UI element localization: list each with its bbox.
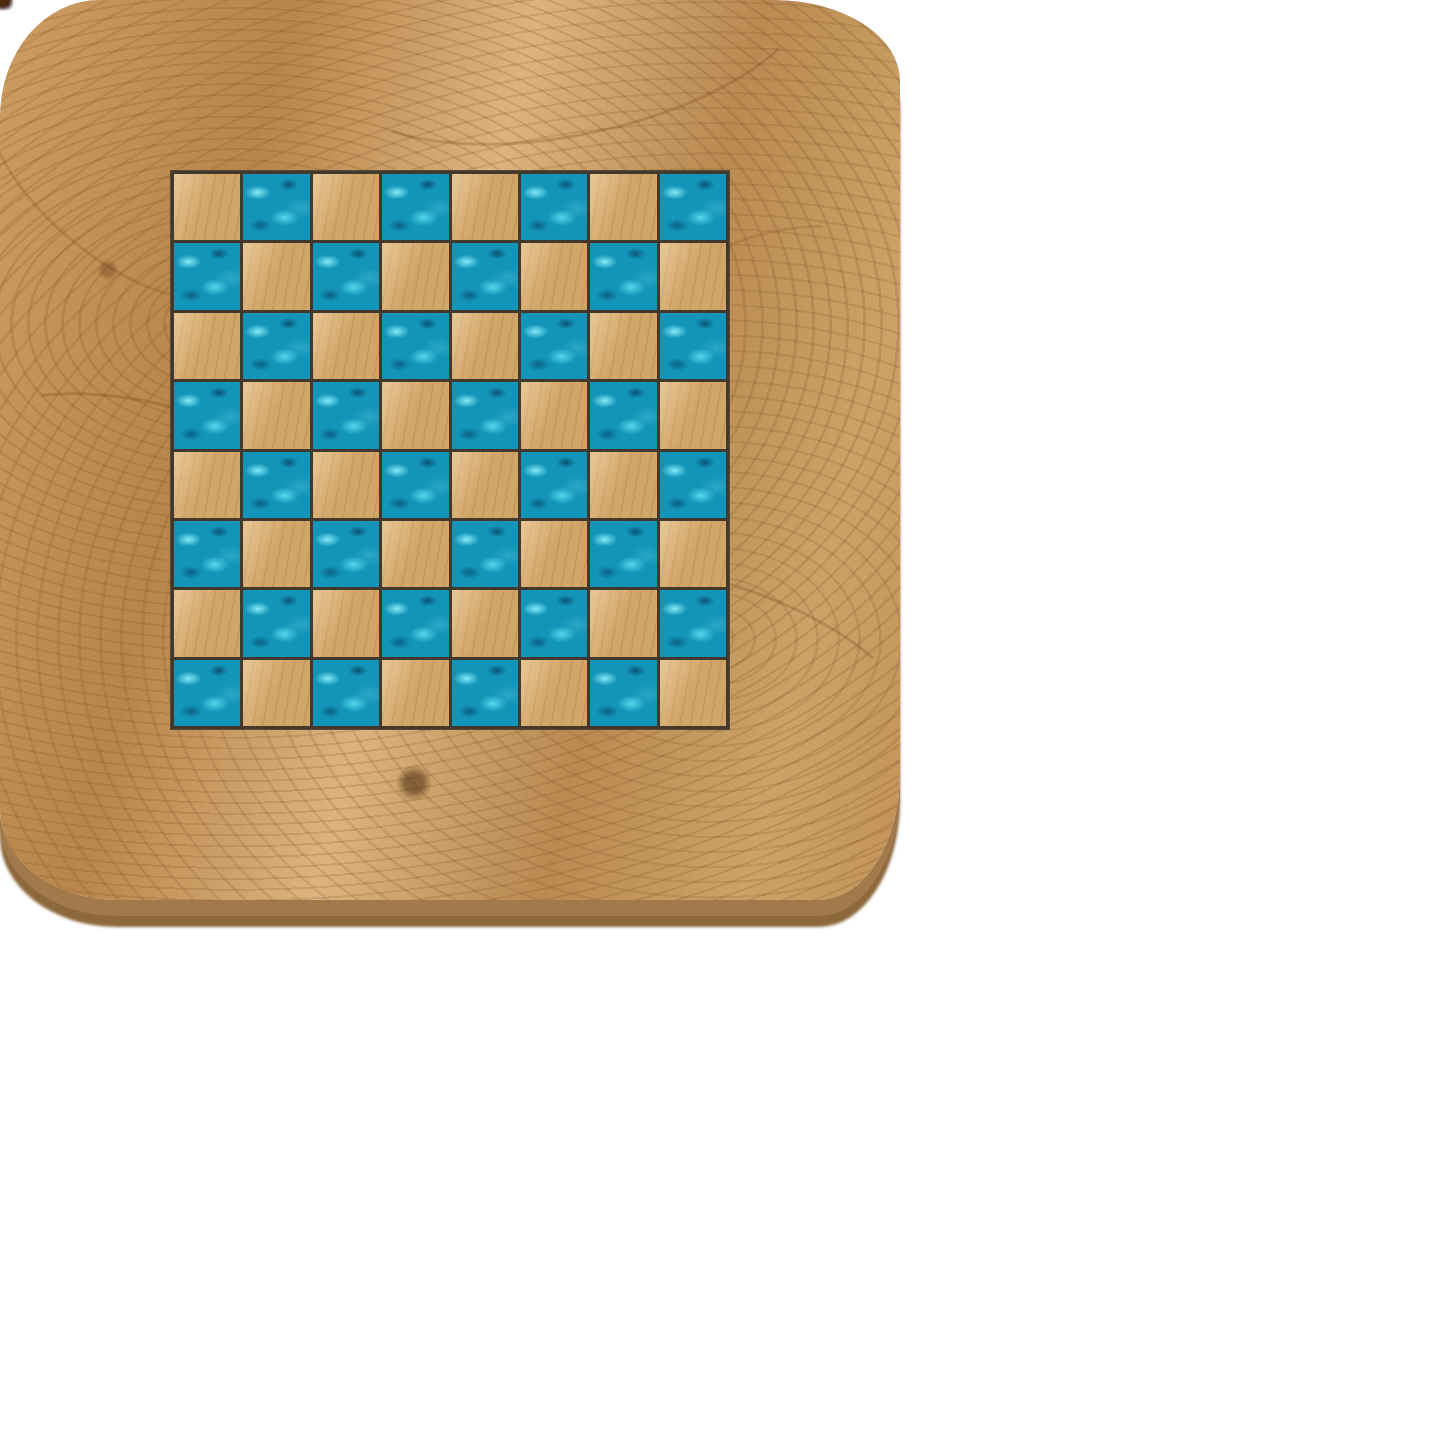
rook-glyph: ♜: [0, 0, 7, 2]
pieces-layer: ♜♞♝♛♚♝♞♜♟♟♟♟♟♟♟♟♟♟♟♟♟♟♟♟♜♞♝♛♚♝♞♜: [0, 0, 1445, 1445]
photo-scene: ♜♞♝♛♚♝♞♜♟♟♟♟♟♟♟♟♟♟♟♟♟♟♟♟♜♞♝♛♚♝♞♜: [0, 0, 1445, 1445]
